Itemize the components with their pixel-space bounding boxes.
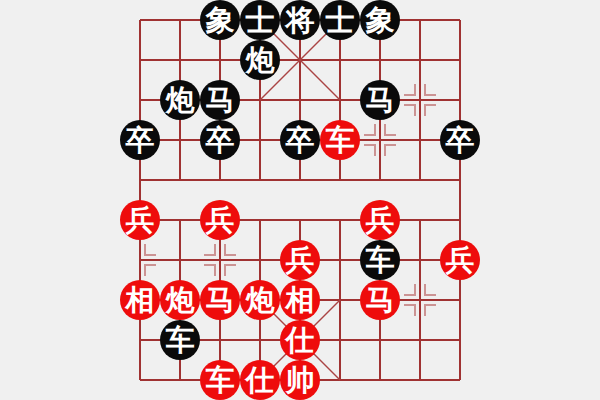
piece-black-马[interactable]: 马: [200, 80, 240, 120]
piece-black-将[interactable]: 将: [280, 0, 320, 40]
board-point: 帅: [280, 360, 320, 400]
piece-black-士[interactable]: 士: [320, 0, 360, 40]
board-point: 仕: [240, 360, 280, 400]
board-point: 炮: [240, 40, 280, 80]
xiangqi-board: 象士将士象炮炮马马卒卒卒车卒兵兵兵兵车兵相炮马炮相马车仕车仕帅: [0, 0, 600, 400]
board-point: 马: [360, 280, 400, 320]
piece-black-士[interactable]: 士: [240, 0, 280, 40]
piece-red-兵[interactable]: 兵: [200, 200, 240, 240]
board-point: 兵: [200, 200, 240, 240]
piece-black-卒[interactable]: 卒: [120, 120, 160, 160]
piece-red-车[interactable]: 车: [200, 360, 240, 400]
board-point: 车: [160, 320, 200, 360]
board-point: 马: [360, 80, 400, 120]
piece-red-马[interactable]: 马: [360, 280, 400, 320]
board-point: 卒: [440, 120, 480, 160]
board-point: 炮: [160, 280, 200, 320]
board-point: 卒: [120, 120, 160, 160]
board-point: 相: [120, 280, 160, 320]
board-point: 卒: [280, 120, 320, 160]
board-point: 兵: [360, 200, 400, 240]
board-point: 炮: [160, 80, 200, 120]
piece-black-炮[interactable]: 炮: [240, 40, 280, 80]
piece-black-象[interactable]: 象: [360, 0, 400, 40]
board-point: 车: [200, 360, 240, 400]
board-point: 兵: [120, 200, 160, 240]
piece-red-兵[interactable]: 兵: [120, 200, 160, 240]
pieces-layer: 象士将士象炮炮马马卒卒卒车卒兵兵兵兵车兵相炮马炮相马车仕车仕帅: [120, 0, 480, 400]
piece-red-相[interactable]: 相: [280, 280, 320, 320]
piece-red-仕[interactable]: 仕: [240, 360, 280, 400]
board-point: 士: [240, 0, 280, 40]
piece-red-相[interactable]: 相: [120, 280, 160, 320]
piece-black-象[interactable]: 象: [200, 0, 240, 40]
piece-red-兵[interactable]: 兵: [360, 200, 400, 240]
piece-black-马[interactable]: 马: [360, 80, 400, 120]
board-point: 将: [280, 0, 320, 40]
piece-red-兵[interactable]: 兵: [280, 240, 320, 280]
piece-red-马[interactable]: 马: [200, 280, 240, 320]
piece-black-车[interactable]: 车: [360, 240, 400, 280]
piece-red-兵[interactable]: 兵: [440, 240, 480, 280]
piece-red-车[interactable]: 车: [320, 120, 360, 160]
board-point: 车: [320, 120, 360, 160]
board-point: 士: [320, 0, 360, 40]
piece-black-炮[interactable]: 炮: [160, 80, 200, 120]
piece-red-仕[interactable]: 仕: [280, 320, 320, 360]
piece-black-卒[interactable]: 卒: [440, 120, 480, 160]
board-point: 马: [200, 80, 240, 120]
board-point: 兵: [440, 240, 480, 280]
piece-black-卒[interactable]: 卒: [280, 120, 320, 160]
piece-red-帅[interactable]: 帅: [280, 360, 320, 400]
board-point: 仕: [280, 320, 320, 360]
board-point: 相: [280, 280, 320, 320]
board-point: 卒: [200, 120, 240, 160]
piece-red-炮[interactable]: 炮: [160, 280, 200, 320]
board-point: 兵: [280, 240, 320, 280]
piece-red-炮[interactable]: 炮: [240, 280, 280, 320]
piece-black-车[interactable]: 车: [160, 320, 200, 360]
board-point: 象: [360, 0, 400, 40]
board-point: 象: [200, 0, 240, 40]
board-point: 车: [360, 240, 400, 280]
board-point: 炮: [240, 280, 280, 320]
board-point: 马: [200, 280, 240, 320]
piece-black-卒[interactable]: 卒: [200, 120, 240, 160]
